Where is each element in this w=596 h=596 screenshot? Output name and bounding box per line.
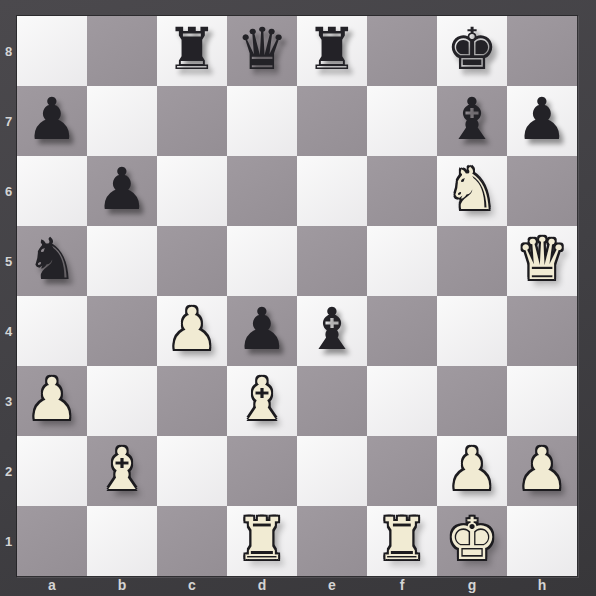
square-a7[interactable]: ♟ [17, 86, 87, 156]
piece-black-pawn-a7[interactable]: ♟ [26, 90, 78, 148]
square-g1[interactable]: ♚ [437, 506, 507, 576]
rank-labels: 87654321 [0, 16, 17, 576]
square-g4[interactable] [437, 296, 507, 366]
file-label-e: e [297, 576, 367, 596]
square-b8[interactable] [87, 16, 157, 86]
square-h2[interactable]: ♟ [507, 436, 577, 506]
piece-white-pawn-a3[interactable]: ♟ [26, 370, 78, 428]
square-c4[interactable]: ♟ [157, 296, 227, 366]
rank-label-3: 3 [0, 366, 17, 436]
square-h5[interactable]: ♛ [507, 226, 577, 296]
file-label-g: g [437, 576, 507, 596]
square-c1[interactable] [157, 506, 227, 576]
piece-white-bishop-b2[interactable]: ♝ [96, 440, 148, 498]
file-label-f: f [367, 576, 437, 596]
piece-black-bishop-g7[interactable]: ♝ [446, 90, 498, 148]
square-g5[interactable] [437, 226, 507, 296]
square-a8[interactable] [17, 16, 87, 86]
square-e8[interactable]: ♜ [297, 16, 367, 86]
square-b4[interactable] [87, 296, 157, 366]
square-f6[interactable] [367, 156, 437, 226]
square-h4[interactable] [507, 296, 577, 366]
rank-label-1: 1 [0, 506, 17, 576]
rank-label-2: 2 [0, 436, 17, 506]
square-e2[interactable] [297, 436, 367, 506]
square-f8[interactable] [367, 16, 437, 86]
piece-black-pawn-d4[interactable]: ♟ [236, 300, 288, 358]
piece-white-pawn-g2[interactable]: ♟ [446, 440, 498, 498]
square-h6[interactable] [507, 156, 577, 226]
square-d4[interactable]: ♟ [227, 296, 297, 366]
piece-white-queen-h5[interactable]: ♛ [516, 230, 568, 288]
square-c7[interactable] [157, 86, 227, 156]
square-e7[interactable] [297, 86, 367, 156]
piece-black-pawn-h7[interactable]: ♟ [516, 90, 568, 148]
square-g8[interactable]: ♚ [437, 16, 507, 86]
square-b7[interactable] [87, 86, 157, 156]
square-e4[interactable]: ♝ [297, 296, 367, 366]
square-f2[interactable] [367, 436, 437, 506]
square-g6[interactable]: ♞ [437, 156, 507, 226]
square-f5[interactable] [367, 226, 437, 296]
file-labels: abcdefgh [17, 576, 577, 596]
square-a3[interactable]: ♟ [17, 366, 87, 436]
square-d3[interactable]: ♝ [227, 366, 297, 436]
piece-black-rook-e8[interactable]: ♜ [306, 20, 358, 78]
square-c5[interactable] [157, 226, 227, 296]
square-f3[interactable] [367, 366, 437, 436]
piece-white-king-g1[interactable]: ♚ [446, 510, 498, 568]
square-f7[interactable] [367, 86, 437, 156]
square-a2[interactable] [17, 436, 87, 506]
square-e6[interactable] [297, 156, 367, 226]
square-b6[interactable]: ♟ [87, 156, 157, 226]
piece-white-rook-d1[interactable]: ♜ [236, 510, 288, 568]
rank-label-8: 8 [0, 16, 17, 86]
square-a4[interactable] [17, 296, 87, 366]
chess-board-frame: 87654321 ♜♛♜♚♟♝♟♟♞♞♛♟♟♝♟♝♝♟♟♜♜♚ abcdefgh [0, 0, 596, 596]
piece-black-bishop-e4[interactable]: ♝ [306, 300, 358, 358]
piece-white-pawn-c4[interactable]: ♟ [166, 300, 218, 358]
square-h1[interactable] [507, 506, 577, 576]
square-d7[interactable] [227, 86, 297, 156]
square-d6[interactable] [227, 156, 297, 226]
rank-label-5: 5 [0, 226, 17, 296]
square-c3[interactable] [157, 366, 227, 436]
piece-black-knight-a5[interactable]: ♞ [26, 230, 78, 288]
square-e1[interactable] [297, 506, 367, 576]
piece-white-bishop-d3[interactable]: ♝ [236, 370, 288, 428]
square-a6[interactable] [17, 156, 87, 226]
square-c6[interactable] [157, 156, 227, 226]
file-label-d: d [227, 576, 297, 596]
file-label-a: a [17, 576, 87, 596]
square-b1[interactable] [87, 506, 157, 576]
square-d1[interactable]: ♜ [227, 506, 297, 576]
rank-label-7: 7 [0, 86, 17, 156]
file-label-h: h [507, 576, 577, 596]
board: ♜♛♜♚♟♝♟♟♞♞♛♟♟♝♟♝♝♟♟♜♜♚ [17, 16, 577, 576]
file-label-c: c [157, 576, 227, 596]
square-d5[interactable] [227, 226, 297, 296]
square-g3[interactable] [437, 366, 507, 436]
file-label-b: b [87, 576, 157, 596]
piece-black-king-g8[interactable]: ♚ [446, 20, 498, 78]
rank-label-6: 6 [0, 156, 17, 226]
square-b2[interactable]: ♝ [87, 436, 157, 506]
square-g7[interactable]: ♝ [437, 86, 507, 156]
piece-black-rook-c8[interactable]: ♜ [166, 20, 218, 78]
square-h7[interactable]: ♟ [507, 86, 577, 156]
square-h3[interactable] [507, 366, 577, 436]
square-d8[interactable]: ♛ [227, 16, 297, 86]
square-b3[interactable] [87, 366, 157, 436]
square-g2[interactable]: ♟ [437, 436, 507, 506]
square-b5[interactable] [87, 226, 157, 296]
square-d2[interactable] [227, 436, 297, 506]
square-a1[interactable] [17, 506, 87, 576]
piece-black-pawn-b6[interactable]: ♟ [96, 160, 148, 218]
square-e3[interactable] [297, 366, 367, 436]
rank-label-4: 4 [0, 296, 17, 366]
piece-black-queen-d8[interactable]: ♛ [236, 20, 288, 78]
square-f1[interactable]: ♜ [367, 506, 437, 576]
square-h8[interactable] [507, 16, 577, 86]
piece-white-pawn-h2[interactable]: ♟ [516, 440, 568, 498]
square-e5[interactable] [297, 226, 367, 296]
square-c8[interactable]: ♜ [157, 16, 227, 86]
piece-white-rook-f1[interactable]: ♜ [376, 510, 428, 568]
square-a5[interactable]: ♞ [17, 226, 87, 296]
piece-white-knight-g6[interactable]: ♞ [446, 160, 498, 218]
square-f4[interactable] [367, 296, 437, 366]
square-c2[interactable] [157, 436, 227, 506]
